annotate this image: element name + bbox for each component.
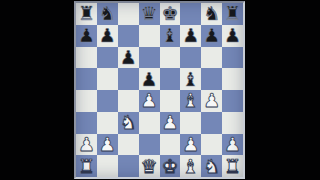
black-pawn-icon: ♟: [203, 26, 220, 45]
square-f5: ♝: [180, 68, 201, 90]
square-e3: ♟: [160, 112, 181, 134]
black-king-icon: ♚: [161, 4, 178, 23]
square-b6: [97, 47, 118, 69]
square-g2: [201, 134, 222, 156]
white-bishop-icon: ♝: [182, 91, 199, 110]
square-a1: ♜: [76, 155, 97, 177]
square-a4: [76, 90, 97, 112]
square-d6: [139, 47, 160, 69]
square-b7: ♟: [97, 25, 118, 47]
square-c5: [118, 68, 139, 90]
square-g6: [201, 47, 222, 69]
square-g8: ♞: [201, 3, 222, 25]
square-g4: ♟: [201, 90, 222, 112]
square-e5: [160, 68, 181, 90]
square-e8: ♚: [160, 3, 181, 25]
white-knight-icon: ♞: [120, 113, 137, 132]
square-c7: [118, 25, 139, 47]
chess-board: ♜♞♛♚♞♜♟♟♝♟♟♟♟♟♝♟♝♟♞♟♟♟♟♟♜♛♚♝♞♜: [76, 3, 243, 177]
black-knight-icon: ♞: [99, 4, 116, 23]
square-f4: ♝: [180, 90, 201, 112]
square-e1: ♚: [160, 155, 181, 177]
white-pawn-icon: ♟: [141, 91, 158, 110]
square-e6: [160, 47, 181, 69]
square-h7: ♟: [222, 25, 243, 47]
square-h4: [222, 90, 243, 112]
white-knight-icon: ♞: [203, 156, 220, 175]
square-f6: [180, 47, 201, 69]
video-frame: ♜♞♛♚♞♜♟♟♝♟♟♟♟♟♝♟♝♟♞♟♟♟♟♟♜♛♚♝♞♜: [0, 0, 320, 180]
black-pawn-icon: ♟: [141, 69, 158, 88]
square-d3: [139, 112, 160, 134]
white-queen-icon: ♛: [141, 156, 158, 175]
white-pawn-icon: ♟: [203, 91, 220, 110]
square-d8: ♛: [139, 3, 160, 25]
black-bishop-icon: ♝: [182, 69, 199, 88]
square-d7: [139, 25, 160, 47]
square-c1: [118, 155, 139, 177]
black-rook-icon: ♜: [224, 4, 241, 23]
square-d1: ♛: [139, 155, 160, 177]
black-pawn-icon: ♟: [182, 26, 199, 45]
square-e7: ♝: [160, 25, 181, 47]
square-h6: [222, 47, 243, 69]
square-c3: ♞: [118, 112, 139, 134]
square-h8: ♜: [222, 3, 243, 25]
square-a6: [76, 47, 97, 69]
black-queen-icon: ♛: [141, 4, 158, 23]
square-a8: ♜: [76, 3, 97, 25]
square-b8: ♞: [97, 3, 118, 25]
black-pawn-icon: ♟: [224, 26, 241, 45]
square-c4: [118, 90, 139, 112]
chess-board-frame: ♜♞♛♚♞♜♟♟♝♟♟♟♟♟♝♟♝♟♞♟♟♟♟♟♜♛♚♝♞♜: [74, 1, 245, 179]
square-f1: ♝: [180, 155, 201, 177]
white-pawn-icon: ♟: [78, 134, 95, 153]
white-pawn-icon: ♟: [99, 134, 116, 153]
white-king-icon: ♚: [161, 156, 178, 175]
square-g5: [201, 68, 222, 90]
square-f8: [180, 3, 201, 25]
square-h3: [222, 112, 243, 134]
white-rook-icon: ♜: [78, 156, 95, 175]
square-b5: [97, 68, 118, 90]
square-d5: ♟: [139, 68, 160, 90]
square-h5: [222, 68, 243, 90]
square-e4: [160, 90, 181, 112]
black-rook-icon: ♜: [78, 4, 95, 23]
square-c2: [118, 134, 139, 156]
square-a7: ♟: [76, 25, 97, 47]
square-b4: [97, 90, 118, 112]
square-c8: [118, 3, 139, 25]
black-bishop-icon: ♝: [161, 26, 178, 45]
square-a2: ♟: [76, 134, 97, 156]
square-g3: [201, 112, 222, 134]
white-bishop-icon: ♝: [182, 156, 199, 175]
black-pawn-icon: ♟: [99, 26, 116, 45]
square-d4: ♟: [139, 90, 160, 112]
white-pawn-icon: ♟: [182, 134, 199, 153]
square-d2: [139, 134, 160, 156]
square-h1: ♜: [222, 155, 243, 177]
square-f7: ♟: [180, 25, 201, 47]
square-b3: [97, 112, 118, 134]
square-a3: [76, 112, 97, 134]
square-f3: [180, 112, 201, 134]
square-b1: [97, 155, 118, 177]
square-h2: ♟: [222, 134, 243, 156]
black-pawn-icon: ♟: [78, 26, 95, 45]
square-a5: [76, 68, 97, 90]
square-g7: ♟: [201, 25, 222, 47]
white-rook-icon: ♜: [224, 156, 241, 175]
square-b2: ♟: [97, 134, 118, 156]
square-f2: ♟: [180, 134, 201, 156]
square-e2: [160, 134, 181, 156]
white-pawn-icon: ♟: [224, 134, 241, 153]
square-g1: ♞: [201, 155, 222, 177]
black-knight-icon: ♞: [203, 4, 220, 23]
white-pawn-icon: ♟: [161, 113, 178, 132]
black-pawn-icon: ♟: [120, 47, 137, 66]
square-c6: ♟: [118, 47, 139, 69]
